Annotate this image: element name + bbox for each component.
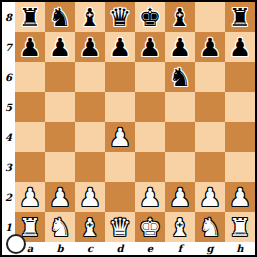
square-a8[interactable]: ♜	[15, 2, 45, 32]
square-g8[interactable]	[195, 2, 225, 32]
black-knight-f6[interactable]: ♞	[165, 62, 195, 92]
square-g1[interactable]: ♞	[195, 212, 225, 242]
square-h7[interactable]: ♟	[225, 32, 255, 62]
square-g5[interactable]	[195, 92, 225, 122]
black-bishop-f8[interactable]: ♝	[165, 2, 195, 32]
square-d6[interactable]	[105, 62, 135, 92]
square-d3[interactable]	[105, 152, 135, 182]
white-pawn-f2[interactable]: ♟	[165, 182, 195, 212]
chess-board: 8♜♞♝♛♚♝♜7♟♟♟♟♟♟♟♟6♞54♟32♟♟♟♟♟♟♟1♜♞♝♛♚♝♞♜…	[2, 2, 255, 255]
square-c1[interactable]: ♝	[75, 212, 105, 242]
square-h6[interactable]	[225, 62, 255, 92]
white-pawn-c2[interactable]: ♟	[75, 182, 105, 212]
file-label-h: h	[225, 242, 255, 255]
square-f7[interactable]: ♟	[165, 32, 195, 62]
black-rook-h8[interactable]: ♜	[225, 2, 255, 32]
file-label-d: d	[105, 242, 135, 255]
square-f8[interactable]: ♝	[165, 2, 195, 32]
square-g6[interactable]	[195, 62, 225, 92]
rank-label-2: 2	[2, 182, 15, 212]
square-e7[interactable]: ♟	[135, 32, 165, 62]
square-d4[interactable]: ♟	[105, 122, 135, 152]
square-e6[interactable]	[135, 62, 165, 92]
square-d1[interactable]: ♛	[105, 212, 135, 242]
square-a5[interactable]	[15, 92, 45, 122]
side-to-move-indicator	[6, 234, 26, 254]
square-e5[interactable]	[135, 92, 165, 122]
square-c6[interactable]	[75, 62, 105, 92]
white-pawn-e2[interactable]: ♟	[135, 182, 165, 212]
square-f3[interactable]	[165, 152, 195, 182]
rank-label-8: 8	[2, 2, 15, 32]
white-bishop-f1[interactable]: ♝	[165, 212, 195, 242]
square-h1[interactable]: ♜	[225, 212, 255, 242]
black-pawn-b7[interactable]: ♟	[45, 32, 75, 62]
chess-diagram: 8♜♞♝♛♚♝♜7♟♟♟♟♟♟♟♟6♞54♟32♟♟♟♟♟♟♟1♜♞♝♛♚♝♞♜…	[0, 0, 257, 257]
black-rook-a8[interactable]: ♜	[15, 2, 45, 32]
square-c4[interactable]	[75, 122, 105, 152]
file-label-f: f	[165, 242, 195, 255]
white-rook-h1[interactable]: ♜	[225, 212, 255, 242]
white-knight-b1[interactable]: ♞	[45, 212, 75, 242]
square-a6[interactable]	[15, 62, 45, 92]
square-a2[interactable]: ♟	[15, 182, 45, 212]
square-b2[interactable]: ♟	[45, 182, 75, 212]
square-f6[interactable]: ♞	[165, 62, 195, 92]
black-knight-b8[interactable]: ♞	[45, 2, 75, 32]
black-king-e8[interactable]: ♚	[135, 2, 165, 32]
white-pawn-h2[interactable]: ♟	[225, 182, 255, 212]
black-pawn-e7[interactable]: ♟	[135, 32, 165, 62]
square-b8[interactable]: ♞	[45, 2, 75, 32]
square-b5[interactable]	[45, 92, 75, 122]
black-queen-d8[interactable]: ♛	[105, 2, 135, 32]
white-pawn-d4[interactable]: ♟	[105, 122, 135, 152]
black-pawn-g7[interactable]: ♟	[195, 32, 225, 62]
square-h8[interactable]: ♜	[225, 2, 255, 32]
square-f1[interactable]: ♝	[165, 212, 195, 242]
square-c5[interactable]	[75, 92, 105, 122]
square-c2[interactable]: ♟	[75, 182, 105, 212]
file-label-g: g	[195, 242, 225, 255]
rank-label-7: 7	[2, 32, 15, 62]
square-e4[interactable]	[135, 122, 165, 152]
square-b6[interactable]	[45, 62, 75, 92]
square-c3[interactable]	[75, 152, 105, 182]
square-c8[interactable]: ♝	[75, 2, 105, 32]
rank-label-4: 4	[2, 122, 15, 152]
file-label-c: c	[75, 242, 105, 255]
white-knight-g1[interactable]: ♞	[195, 212, 225, 242]
square-g2[interactable]: ♟	[195, 182, 225, 212]
square-d5[interactable]	[105, 92, 135, 122]
black-bishop-c8[interactable]: ♝	[75, 2, 105, 32]
black-pawn-c7[interactable]: ♟	[75, 32, 105, 62]
square-d7[interactable]: ♟	[105, 32, 135, 62]
square-e8[interactable]: ♚	[135, 2, 165, 32]
file-label-e: e	[135, 242, 165, 255]
black-pawn-h7[interactable]: ♟	[225, 32, 255, 62]
square-c7[interactable]: ♟	[75, 32, 105, 62]
white-bishop-c1[interactable]: ♝	[75, 212, 105, 242]
square-d2[interactable]	[105, 182, 135, 212]
rank-label-3: 3	[2, 152, 15, 182]
square-e1[interactable]: ♚	[135, 212, 165, 242]
black-pawn-d7[interactable]: ♟	[105, 32, 135, 62]
rank-label-6: 6	[2, 62, 15, 92]
square-h3[interactable]	[225, 152, 255, 182]
square-g3[interactable]	[195, 152, 225, 182]
white-queen-d1[interactable]: ♛	[105, 212, 135, 242]
square-b4[interactable]	[45, 122, 75, 152]
white-pawn-g2[interactable]: ♟	[195, 182, 225, 212]
square-b7[interactable]: ♟	[45, 32, 75, 62]
square-h4[interactable]	[225, 122, 255, 152]
square-g4[interactable]	[195, 122, 225, 152]
square-h5[interactable]	[225, 92, 255, 122]
white-king-e1[interactable]: ♚	[135, 212, 165, 242]
square-f4[interactable]	[165, 122, 195, 152]
rank-label-5: 5	[2, 92, 15, 122]
square-e2[interactable]: ♟	[135, 182, 165, 212]
square-a3[interactable]	[15, 152, 45, 182]
square-b3[interactable]	[45, 152, 75, 182]
square-e3[interactable]	[135, 152, 165, 182]
file-label-b: b	[45, 242, 75, 255]
square-a7[interactable]: ♟	[15, 32, 45, 62]
square-d8[interactable]: ♛	[105, 2, 135, 32]
square-f2[interactable]: ♟	[165, 182, 195, 212]
square-f5[interactable]	[165, 92, 195, 122]
black-pawn-a7[interactable]: ♟	[15, 32, 45, 62]
square-a4[interactable]	[15, 122, 45, 152]
square-g7[interactable]: ♟	[195, 32, 225, 62]
square-b1[interactable]: ♞	[45, 212, 75, 242]
white-pawn-b2[interactable]: ♟	[45, 182, 75, 212]
white-pawn-a2[interactable]: ♟	[15, 182, 45, 212]
black-pawn-f7[interactable]: ♟	[165, 32, 195, 62]
square-h2[interactable]: ♟	[225, 182, 255, 212]
